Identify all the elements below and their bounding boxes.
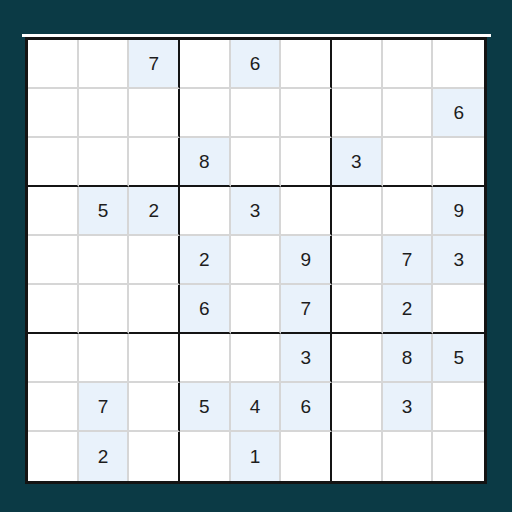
sudoku-cell-r5c8[interactable]: 7 bbox=[383, 236, 434, 285]
sudoku-cell-r3c7[interactable]: 3 bbox=[332, 138, 383, 187]
sudoku-cell-r2c8[interactable] bbox=[383, 89, 434, 138]
sudoku-cell-r2c4[interactable] bbox=[180, 89, 231, 138]
sudoku-cell-r8c2[interactable]: 7 bbox=[79, 383, 130, 432]
sudoku-cell-r1c5[interactable]: 6 bbox=[231, 40, 282, 89]
sudoku-cell-r8c4[interactable]: 5 bbox=[180, 383, 231, 432]
sudoku-cell-r1c8[interactable] bbox=[383, 40, 434, 89]
sudoku-cell-r3c1[interactable] bbox=[28, 138, 79, 187]
sudoku-cell-r7c5[interactable] bbox=[231, 334, 282, 383]
sudoku-cell-r3c8[interactable] bbox=[383, 138, 434, 187]
sudoku-cell-r7c6[interactable]: 3 bbox=[281, 334, 332, 383]
sudoku-cell-r6c4[interactable]: 6 bbox=[180, 285, 231, 334]
sudoku-cell-r4c7[interactable] bbox=[332, 187, 383, 236]
sudoku-cell-r7c1[interactable] bbox=[28, 334, 79, 383]
sudoku-cell-r1c4[interactable] bbox=[180, 40, 231, 89]
sudoku-cell-r8c7[interactable] bbox=[332, 383, 383, 432]
sudoku-cell-r8c9[interactable] bbox=[433, 383, 484, 432]
sudoku-cell-r6c6[interactable]: 7 bbox=[281, 285, 332, 334]
sudoku-cell-r4c2[interactable]: 5 bbox=[79, 187, 130, 236]
sudoku-cell-r1c3[interactable]: 7 bbox=[129, 40, 180, 89]
sudoku-cell-r9c9[interactable] bbox=[433, 432, 484, 481]
sudoku-cell-r3c9[interactable] bbox=[433, 138, 484, 187]
sudoku-cell-r9c3[interactable] bbox=[129, 432, 180, 481]
sudoku-cell-r2c6[interactable] bbox=[281, 89, 332, 138]
sudoku-cell-r7c9[interactable]: 5 bbox=[433, 334, 484, 383]
sudoku-cell-r4c4[interactable] bbox=[180, 187, 231, 236]
sudoku-cell-r1c2[interactable] bbox=[79, 40, 130, 89]
sudoku-cell-r2c5[interactable] bbox=[231, 89, 282, 138]
sudoku-cell-r1c6[interactable] bbox=[281, 40, 332, 89]
sudoku-cell-r5c5[interactable] bbox=[231, 236, 282, 285]
sudoku-cell-r6c5[interactable] bbox=[231, 285, 282, 334]
sudoku-cell-r5c6[interactable]: 9 bbox=[281, 236, 332, 285]
sudoku-cell-r6c2[interactable] bbox=[79, 285, 130, 334]
sudoku-cell-r1c9[interactable] bbox=[433, 40, 484, 89]
app-background: 76683523929736723857546321 bbox=[0, 0, 512, 512]
sudoku-cell-r3c6[interactable] bbox=[281, 138, 332, 187]
sudoku-cell-r5c3[interactable] bbox=[129, 236, 180, 285]
sudoku-cell-r3c4[interactable]: 8 bbox=[180, 138, 231, 187]
sudoku-cell-r2c9[interactable]: 6 bbox=[433, 89, 484, 138]
sudoku-cell-r5c1[interactable] bbox=[28, 236, 79, 285]
sudoku-cell-r6c7[interactable] bbox=[332, 285, 383, 334]
sudoku-cell-r7c4[interactable] bbox=[180, 334, 231, 383]
sudoku-cell-r3c5[interactable] bbox=[231, 138, 282, 187]
sudoku-cell-r2c3[interactable] bbox=[129, 89, 180, 138]
sudoku-cell-r4c8[interactable] bbox=[383, 187, 434, 236]
sudoku-cell-r4c9[interactable]: 9 bbox=[433, 187, 484, 236]
sudoku-cell-r2c2[interactable] bbox=[79, 89, 130, 138]
sudoku-cell-r6c9[interactable] bbox=[433, 285, 484, 334]
sudoku-cell-r9c5[interactable]: 1 bbox=[231, 432, 282, 481]
sudoku-cell-r5c4[interactable]: 2 bbox=[180, 236, 231, 285]
sudoku-cell-r8c8[interactable]: 3 bbox=[383, 383, 434, 432]
sudoku-cell-r8c1[interactable] bbox=[28, 383, 79, 432]
sudoku-cell-r3c3[interactable] bbox=[129, 138, 180, 187]
sudoku-cell-r4c3[interactable]: 2 bbox=[129, 187, 180, 236]
sudoku-cell-r4c1[interactable] bbox=[28, 187, 79, 236]
sudoku-cell-r1c1[interactable] bbox=[28, 40, 79, 89]
sudoku-cell-r8c5[interactable]: 4 bbox=[231, 383, 282, 432]
sudoku-cell-r8c3[interactable] bbox=[129, 383, 180, 432]
sudoku-cell-r3c2[interactable] bbox=[79, 138, 130, 187]
sudoku-cell-r7c2[interactable] bbox=[79, 334, 130, 383]
sudoku-cell-r6c3[interactable] bbox=[129, 285, 180, 334]
sudoku-cell-r2c7[interactable] bbox=[332, 89, 383, 138]
sudoku-cell-r9c4[interactable] bbox=[180, 432, 231, 481]
sudoku-cell-r1c7[interactable] bbox=[332, 40, 383, 89]
sudoku-cell-r8c6[interactable]: 6 bbox=[281, 383, 332, 432]
sudoku-cell-r7c7[interactable] bbox=[332, 334, 383, 383]
sudoku-cell-r4c6[interactable] bbox=[281, 187, 332, 236]
sudoku-cell-r6c1[interactable] bbox=[28, 285, 79, 334]
sudoku-cell-r9c8[interactable] bbox=[383, 432, 434, 481]
sudoku-cell-r9c7[interactable] bbox=[332, 432, 383, 481]
sudoku-cell-r5c7[interactable] bbox=[332, 236, 383, 285]
sudoku-board: 76683523929736723857546321 bbox=[25, 37, 487, 484]
sudoku-cell-r6c8[interactable]: 2 bbox=[383, 285, 434, 334]
sudoku-cell-r7c8[interactable]: 8 bbox=[383, 334, 434, 383]
sudoku-cell-r5c2[interactable] bbox=[79, 236, 130, 285]
sudoku-cell-r9c1[interactable] bbox=[28, 432, 79, 481]
sudoku-cell-r9c2[interactable]: 2 bbox=[79, 432, 130, 481]
sudoku-cell-r4c5[interactable]: 3 bbox=[231, 187, 282, 236]
sudoku-cell-r9c6[interactable] bbox=[281, 432, 332, 481]
sudoku-cell-r2c1[interactable] bbox=[28, 89, 79, 138]
sudoku-cell-r7c3[interactable] bbox=[129, 334, 180, 383]
sudoku-cell-r5c9[interactable]: 3 bbox=[433, 236, 484, 285]
